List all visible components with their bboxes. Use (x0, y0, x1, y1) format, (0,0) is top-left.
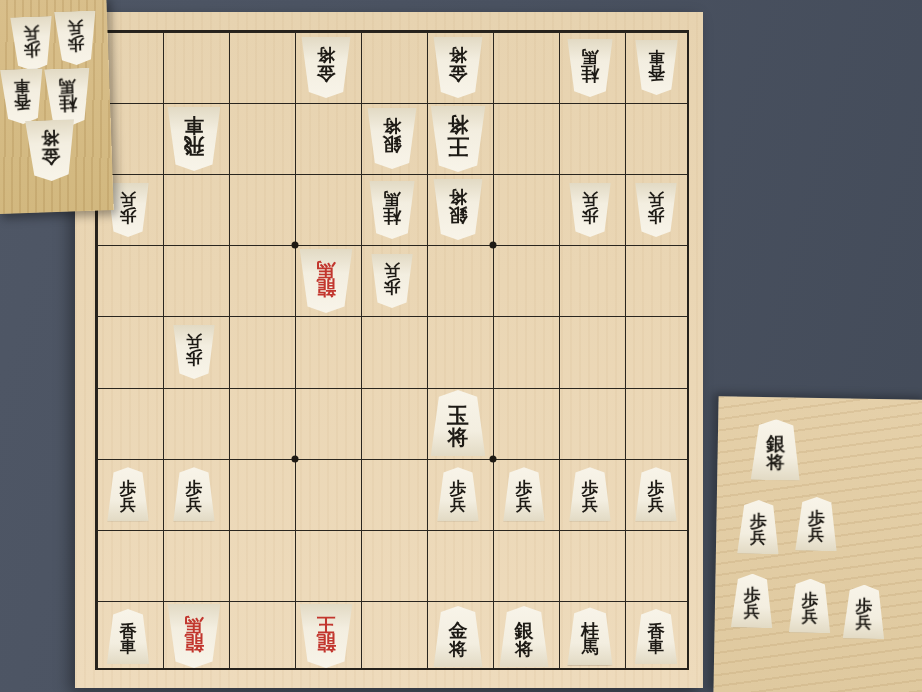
piece-kanji-top: 香 (648, 65, 665, 82)
piece-kanji-top: 龍 (316, 633, 336, 653)
piece-kanji-top: 飛 (184, 135, 205, 156)
piece-kanji-bottom: 車 (184, 116, 204, 135)
hand-white-歩兵[interactable]: 歩兵 (53, 10, 99, 66)
piece-kanji-top: 桂 (383, 207, 401, 225)
star-point (490, 455, 497, 462)
hand-white-金将[interactable]: 金将 (24, 119, 78, 182)
hand-black-歩兵[interactable]: 歩兵 (736, 500, 781, 555)
piece-kanji-bottom: 兵 (67, 20, 83, 36)
piece-kanji-bottom: 兵 (744, 603, 760, 619)
piece-kanji-top: 銀 (383, 135, 402, 154)
piece-kanji-top: 龍 (184, 633, 204, 653)
piece-kanji-bottom: 将 (515, 640, 533, 657)
piece-kanji-bottom: 兵 (384, 263, 400, 278)
piece-kanji-top: 歩 (384, 278, 401, 295)
piece-kanji-bottom: 将 (41, 130, 59, 148)
piece-kanji-bottom: 将 (449, 47, 467, 64)
piece-kanji-bottom: 車 (648, 639, 664, 654)
hand-black-歩兵[interactable]: 歩兵 (730, 573, 775, 628)
piece-kanji-bottom: 馬 (317, 259, 336, 277)
piece-kanji-top: 銀 (515, 621, 534, 640)
piece-kanji-bottom: 兵 (856, 614, 872, 630)
piece-kanji-bottom: 将 (448, 115, 468, 135)
hand-white-歩兵[interactable]: 歩兵 (9, 16, 55, 72)
piece-kanji-bottom: 兵 (648, 192, 664, 207)
black-hand-tray: 銀将歩兵歩兵歩兵歩兵歩兵 (713, 396, 922, 692)
piece-kanji-top: 桂 (581, 65, 599, 83)
white-hand-tray: 歩兵歩兵香車桂馬金将 (0, 0, 114, 214)
piece-kanji-bottom: 将 (383, 118, 401, 135)
piece-kanji-top: 金 (449, 64, 468, 83)
hand-black-歩兵[interactable]: 歩兵 (841, 584, 886, 639)
piece-kanji-bottom: 車 (120, 639, 136, 654)
piece-kanji-top: 歩 (648, 207, 665, 224)
piece-kanji-bottom: 車 (648, 49, 664, 64)
piece-kanji-bottom: 兵 (750, 530, 766, 546)
hand-black-歩兵[interactable]: 歩兵 (788, 578, 833, 633)
hand-black-歩兵[interactable]: 歩兵 (794, 497, 839, 552)
piece-kanji-bottom: 兵 (23, 25, 39, 41)
hand-black-銀将[interactable]: 銀将 (749, 419, 802, 481)
piece-kanji-bottom: 馬 (185, 615, 204, 633)
piece-kanji-bottom: 兵 (802, 608, 818, 624)
piece-kanji-top: 香 (14, 93, 32, 110)
piece-kanji-bottom: 馬 (59, 78, 76, 95)
hand-white-香車[interactable]: 香車 (0, 68, 46, 125)
piece-kanji-bottom: 兵 (516, 497, 532, 512)
piece-kanji-bottom: 馬 (582, 48, 599, 64)
piece-kanji-top: 金 (41, 147, 61, 166)
piece-kanji-top: 歩 (186, 349, 203, 366)
shogi-board: 金将金将桂馬香車飛車銀将王将歩兵桂馬銀将歩兵歩兵龍馬歩兵歩兵玉将歩兵歩兵歩兵歩兵… (75, 12, 703, 688)
star-point (292, 242, 299, 249)
piece-kanji-bottom: 兵 (808, 527, 824, 543)
piece-kanji-bottom: 兵 (186, 334, 202, 349)
piece-kanji-bottom: 兵 (120, 192, 136, 207)
piece-kanji-bottom: 兵 (582, 497, 598, 512)
piece-kanji-top: 龍 (316, 277, 336, 297)
piece-kanji-bottom: 兵 (186, 497, 202, 512)
piece-kanji-bottom: 将 (317, 47, 335, 64)
piece-kanji-bottom: 兵 (582, 192, 598, 207)
star-point (490, 242, 497, 249)
piece-kanji-top: 歩 (23, 41, 41, 58)
piece-kanji-top: 金 (317, 64, 336, 83)
piece-kanji-top: 金 (449, 621, 468, 640)
piece-kanji-bottom: 将 (449, 189, 467, 206)
star-point (292, 455, 299, 462)
piece-kanji-bottom: 兵 (450, 497, 466, 512)
piece-kanji-bottom: 馬 (384, 190, 401, 206)
piece-kanji-top: 桂 (59, 94, 78, 112)
piece-kanji-bottom: 将 (449, 640, 467, 657)
piece-kanji-top: 歩 (120, 207, 137, 224)
piece-kanji-top: 玉 (447, 405, 469, 427)
piece-kanji-bottom: 兵 (648, 497, 664, 512)
piece-kanji-top: 歩 (67, 35, 85, 52)
piece-kanji-bottom: 将 (767, 453, 785, 471)
piece-kanji-bottom: 兵 (120, 497, 136, 512)
piece-kanji-top: 王 (447, 135, 469, 157)
piece-kanji-top: 歩 (582, 207, 599, 224)
piece-kanji-bottom: 王 (317, 615, 336, 633)
piece-kanji-bottom: 車 (14, 78, 30, 94)
piece-kanji-top: 銀 (449, 207, 468, 226)
piece-kanji-bottom: 馬 (582, 639, 599, 655)
piece-kanji-bottom: 将 (448, 427, 468, 447)
hand-white-桂馬[interactable]: 桂馬 (43, 68, 93, 128)
